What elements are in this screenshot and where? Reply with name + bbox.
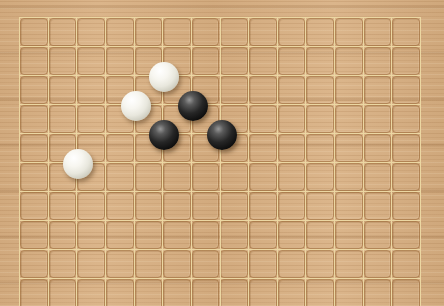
board-cell[interactable]: [392, 250, 420, 278]
board-cell[interactable]: [163, 18, 191, 46]
board-cell[interactable]: [364, 192, 392, 220]
board-cell[interactable]: [77, 105, 105, 133]
board-cell[interactable]: [49, 279, 77, 306]
board-cell[interactable]: [106, 221, 134, 249]
board-cell[interactable]: [192, 250, 220, 278]
board-cell[interactable]: [335, 47, 363, 75]
board-cell[interactable]: [278, 18, 306, 46]
board-cell[interactable]: [49, 47, 77, 75]
board-cell[interactable]: [306, 163, 334, 191]
board-cell[interactable]: [392, 105, 420, 133]
board-cell[interactable]: [220, 76, 248, 104]
board-cell[interactable]: [77, 279, 105, 306]
board-cell[interactable]: [278, 105, 306, 133]
board-cell[interactable]: [306, 192, 334, 220]
board-cell[interactable]: [106, 250, 134, 278]
board-cell[interactable]: [306, 221, 334, 249]
board-cell[interactable]: [364, 134, 392, 162]
board-cell[interactable]: [192, 134, 220, 162]
board-cell[interactable]: [192, 279, 220, 306]
board-cell[interactable]: [77, 192, 105, 220]
board-cell[interactable]: [77, 250, 105, 278]
board-cell[interactable]: [278, 76, 306, 104]
board-cell[interactable]: [163, 250, 191, 278]
board-cell[interactable]: [192, 192, 220, 220]
board-cell[interactable]: [163, 163, 191, 191]
board-cell[interactable]: [20, 250, 48, 278]
board-cell[interactable]: [392, 47, 420, 75]
board-cell[interactable]: [135, 221, 163, 249]
board-cell[interactable]: [392, 18, 420, 46]
board-cell[interactable]: [192, 76, 220, 104]
board-cell[interactable]: [335, 163, 363, 191]
board-cell[interactable]: [192, 163, 220, 191]
board-cell[interactable]: [220, 134, 248, 162]
board-cell[interactable]: [20, 105, 48, 133]
board-cell[interactable]: [392, 134, 420, 162]
board-cell[interactable]: [249, 47, 277, 75]
board-cell[interactable]: [192, 105, 220, 133]
board-cell[interactable]: [335, 76, 363, 104]
board-cell[interactable]: [77, 18, 105, 46]
board-cell[interactable]: [392, 279, 420, 306]
board-cell[interactable]: [163, 279, 191, 306]
board-cell[interactable]: [106, 105, 134, 133]
board-cell[interactable]: [335, 18, 363, 46]
board-cell[interactable]: [163, 105, 191, 133]
board-cell[interactable]: [49, 76, 77, 104]
board-cell[interactable]: [220, 163, 248, 191]
board-cell[interactable]: [49, 134, 77, 162]
board-cell[interactable]: [306, 279, 334, 306]
board-cell[interactable]: [306, 134, 334, 162]
board-cell[interactable]: [77, 163, 105, 191]
board-cell[interactable]: [249, 250, 277, 278]
gomoku-board: [0, 0, 444, 306]
board-cell[interactable]: [20, 279, 48, 306]
board-cell[interactable]: [49, 163, 77, 191]
board-cell[interactable]: [163, 47, 191, 75]
board-cell[interactable]: [220, 221, 248, 249]
board-cell[interactable]: [249, 192, 277, 220]
board-cell[interactable]: [364, 250, 392, 278]
board-cell[interactable]: [335, 279, 363, 306]
board-cell[interactable]: [192, 221, 220, 249]
board-cell[interactable]: [306, 47, 334, 75]
board-cell[interactable]: [249, 105, 277, 133]
board-cell[interactable]: [106, 279, 134, 306]
board-cell[interactable]: [220, 250, 248, 278]
board-cell[interactable]: [77, 221, 105, 249]
board-cell[interactable]: [106, 47, 134, 75]
board-cell[interactable]: [364, 163, 392, 191]
board-cell[interactable]: [220, 279, 248, 306]
board-cell[interactable]: [20, 47, 48, 75]
board-cell[interactable]: [278, 250, 306, 278]
board-cell[interactable]: [306, 18, 334, 46]
board-cell[interactable]: [335, 105, 363, 133]
board-cell[interactable]: [135, 105, 163, 133]
board-cell[interactable]: [135, 163, 163, 191]
board-cell[interactable]: [20, 192, 48, 220]
board-cell[interactable]: [77, 47, 105, 75]
board-cell[interactable]: [364, 76, 392, 104]
board-cell[interactable]: [364, 279, 392, 306]
board-cell[interactable]: [135, 250, 163, 278]
board-cell[interactable]: [163, 192, 191, 220]
board-cell[interactable]: [49, 18, 77, 46]
grid-line-vertical: [420, 17, 421, 306]
board-cell[interactable]: [106, 18, 134, 46]
board-cell[interactable]: [106, 134, 134, 162]
board-cell[interactable]: [364, 18, 392, 46]
board-cell[interactable]: [249, 163, 277, 191]
board-cell[interactable]: [163, 221, 191, 249]
board-cell[interactable]: [106, 192, 134, 220]
board-cell[interactable]: [249, 279, 277, 306]
board-cell[interactable]: [392, 76, 420, 104]
board-cell[interactable]: [278, 47, 306, 75]
board-cell[interactable]: [49, 250, 77, 278]
board-cell[interactable]: [278, 163, 306, 191]
board-cell[interactable]: [20, 134, 48, 162]
board-cell[interactable]: [335, 250, 363, 278]
board-cell[interactable]: [135, 18, 163, 46]
board-cell[interactable]: [135, 192, 163, 220]
board-cell[interactable]: [392, 192, 420, 220]
board-cell[interactable]: [192, 18, 220, 46]
board-cell[interactable]: [135, 76, 163, 104]
board-cell[interactable]: [20, 221, 48, 249]
board-cell[interactable]: [220, 18, 248, 46]
board-cell[interactable]: [306, 105, 334, 133]
board-cell[interactable]: [106, 163, 134, 191]
board-cell[interactable]: [335, 221, 363, 249]
board-cell[interactable]: [306, 76, 334, 104]
board-cell[interactable]: [77, 76, 105, 104]
board-cell[interactable]: [364, 47, 392, 75]
board-cell[interactable]: [163, 134, 191, 162]
board-cell[interactable]: [135, 134, 163, 162]
board-cells: [20, 18, 420, 306]
board-cell[interactable]: [392, 221, 420, 249]
board-cell[interactable]: [364, 221, 392, 249]
board-cell[interactable]: [163, 76, 191, 104]
board-cell[interactable]: [49, 192, 77, 220]
board-cell[interactable]: [106, 76, 134, 104]
board-cell[interactable]: [220, 105, 248, 133]
board-cell[interactable]: [249, 76, 277, 104]
board-cell[interactable]: [364, 105, 392, 133]
board-cell[interactable]: [278, 192, 306, 220]
board-cell[interactable]: [192, 47, 220, 75]
board-cell[interactable]: [392, 163, 420, 191]
board-cell[interactable]: [49, 221, 77, 249]
board-cell[interactable]: [278, 279, 306, 306]
board-cell[interactable]: [135, 47, 163, 75]
board-cell[interactable]: [20, 163, 48, 191]
board-cell[interactable]: [220, 47, 248, 75]
board-cell[interactable]: [249, 134, 277, 162]
board-cell[interactable]: [278, 134, 306, 162]
board-cell[interactable]: [20, 76, 48, 104]
board-cell[interactable]: [220, 192, 248, 220]
board-cell[interactable]: [335, 192, 363, 220]
board-cell[interactable]: [49, 105, 77, 133]
board-cell[interactable]: [135, 279, 163, 306]
board-cell[interactable]: [20, 18, 48, 46]
board-cell[interactable]: [335, 134, 363, 162]
board-cell[interactable]: [306, 250, 334, 278]
board-cell[interactable]: [249, 221, 277, 249]
board-cell[interactable]: [77, 134, 105, 162]
board-cell[interactable]: [249, 18, 277, 46]
board-cell[interactable]: [278, 221, 306, 249]
